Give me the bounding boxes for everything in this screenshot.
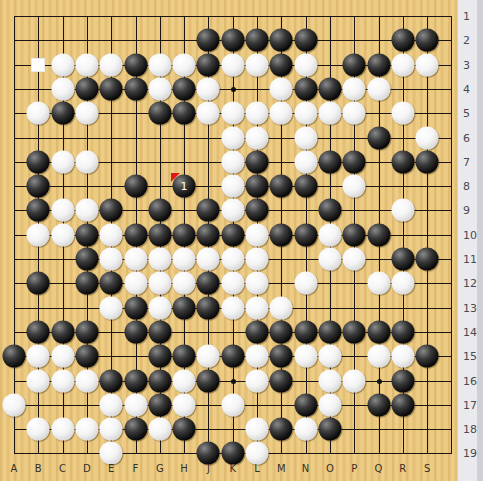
go-stone-E11[interactable] bbox=[100, 248, 123, 271]
go-stone-P10[interactable] bbox=[343, 223, 366, 246]
go-stone-L8[interactable] bbox=[246, 175, 269, 198]
go-stone-J9[interactable] bbox=[197, 199, 220, 222]
go-stone-K10[interactable] bbox=[221, 223, 244, 246]
go-stone-G12[interactable] bbox=[148, 272, 171, 295]
go-stone-F16[interactable] bbox=[124, 369, 147, 392]
go-stone-Q6[interactable] bbox=[367, 126, 390, 149]
go-stone-E9[interactable] bbox=[100, 199, 123, 222]
go-stone-D16[interactable] bbox=[75, 369, 98, 392]
go-stone-O9[interactable] bbox=[318, 199, 341, 222]
go-stone-G16[interactable] bbox=[148, 369, 171, 392]
go-stone-G4[interactable] bbox=[148, 77, 171, 100]
go-stone-O15[interactable] bbox=[318, 345, 341, 368]
go-stone-K17[interactable] bbox=[221, 393, 244, 416]
go-stone-F12[interactable] bbox=[124, 272, 147, 295]
go-stone-R2[interactable] bbox=[391, 29, 414, 52]
go-stone-C16[interactable] bbox=[51, 369, 74, 392]
go-stone-E18[interactable] bbox=[100, 418, 123, 441]
go-board[interactable]: 1 bbox=[0, 0, 458, 461]
go-stone-J19[interactable] bbox=[197, 442, 220, 465]
go-stone-H13[interactable] bbox=[173, 296, 196, 319]
go-stone-M10[interactable] bbox=[270, 223, 293, 246]
go-stone-H18[interactable] bbox=[173, 418, 196, 441]
go-stone-D18[interactable] bbox=[75, 418, 98, 441]
go-stone-N14[interactable] bbox=[294, 320, 317, 343]
row-label-7: 7 bbox=[463, 155, 470, 168]
row-label-18: 18 bbox=[463, 423, 477, 436]
go-stone-D15[interactable] bbox=[75, 345, 98, 368]
go-stone-L14[interactable] bbox=[246, 320, 269, 343]
go-stone-O14[interactable] bbox=[318, 320, 341, 343]
go-stone-B14[interactable] bbox=[27, 320, 50, 343]
go-stone-N6[interactable] bbox=[294, 126, 317, 149]
column-label-L: L bbox=[254, 463, 260, 474]
go-stone-M3[interactable] bbox=[270, 53, 293, 76]
go-stone-K15[interactable] bbox=[221, 345, 244, 368]
go-stone-H10[interactable] bbox=[173, 223, 196, 246]
go-stone-E4[interactable] bbox=[100, 77, 123, 100]
go-stone-A15[interactable] bbox=[3, 345, 26, 368]
go-stone-M15[interactable] bbox=[270, 345, 293, 368]
column-label-B: B bbox=[35, 463, 42, 474]
go-stone-O5[interactable] bbox=[318, 102, 341, 125]
go-stone-C14[interactable] bbox=[51, 320, 74, 343]
go-stone-G13[interactable] bbox=[148, 296, 171, 319]
go-stone-G15[interactable] bbox=[148, 345, 171, 368]
go-stone-J11[interactable] bbox=[197, 248, 220, 271]
go-stone-G9[interactable] bbox=[148, 199, 171, 222]
column-label-A: A bbox=[11, 463, 18, 474]
go-stone-C4[interactable] bbox=[51, 77, 74, 100]
go-stone-L5[interactable] bbox=[246, 102, 269, 125]
go-stone-Q12[interactable] bbox=[367, 272, 390, 295]
go-stone-Q10[interactable] bbox=[367, 223, 390, 246]
go-stone-F4[interactable] bbox=[124, 77, 147, 100]
go-stone-E19[interactable] bbox=[100, 442, 123, 465]
go-stone-G17[interactable] bbox=[148, 393, 171, 416]
row-label-4: 4 bbox=[463, 82, 470, 95]
go-stone-O10[interactable] bbox=[318, 223, 341, 246]
go-stone-N10[interactable] bbox=[294, 223, 317, 246]
row-label-3: 3 bbox=[463, 58, 470, 71]
go-stone-H4[interactable] bbox=[173, 77, 196, 100]
go-stone-B8[interactable] bbox=[27, 175, 50, 198]
row-label-9: 9 bbox=[463, 204, 470, 217]
go-stone-P4[interactable] bbox=[343, 77, 366, 100]
go-stone-C3[interactable] bbox=[51, 53, 74, 76]
go-stone-D12[interactable] bbox=[75, 272, 98, 295]
star-point bbox=[231, 379, 236, 384]
go-stone-L16[interactable] bbox=[246, 369, 269, 392]
go-stone-D4[interactable] bbox=[75, 77, 98, 100]
go-stone-N7[interactable] bbox=[294, 150, 317, 173]
go-stone-F13[interactable] bbox=[124, 296, 147, 319]
go-stone-J4[interactable] bbox=[197, 77, 220, 100]
column-label-C: C bbox=[59, 463, 66, 474]
white-square-marker bbox=[31, 58, 45, 72]
go-stone-F18[interactable] bbox=[124, 418, 147, 441]
go-stone-D14[interactable] bbox=[75, 320, 98, 343]
go-stone-R5[interactable] bbox=[391, 102, 414, 125]
go-stone-N2[interactable] bbox=[294, 29, 317, 52]
go-stone-B10[interactable] bbox=[27, 223, 50, 246]
go-stone-C7[interactable] bbox=[51, 150, 74, 173]
go-stone-P11[interactable] bbox=[343, 248, 366, 271]
column-label-P: P bbox=[351, 463, 357, 474]
go-stone-R11[interactable] bbox=[391, 248, 414, 271]
go-stone-N3[interactable] bbox=[294, 53, 317, 76]
go-stone-P5[interactable] bbox=[343, 102, 366, 125]
go-stone-K7[interactable] bbox=[221, 150, 244, 173]
go-stone-F3[interactable] bbox=[124, 53, 147, 76]
go-stone-K3[interactable] bbox=[221, 53, 244, 76]
go-stone-B7[interactable] bbox=[27, 150, 50, 173]
go-stone-H17[interactable] bbox=[173, 393, 196, 416]
go-stone-N17[interactable] bbox=[294, 393, 317, 416]
column-label-G: G bbox=[156, 463, 164, 474]
go-stone-F8[interactable] bbox=[124, 175, 147, 198]
go-stone-K5[interactable] bbox=[221, 102, 244, 125]
row-label-8: 8 bbox=[463, 180, 470, 193]
go-stone-J12[interactable] bbox=[197, 272, 220, 295]
go-stone-C10[interactable] bbox=[51, 223, 74, 246]
go-stone-Q17[interactable] bbox=[367, 393, 390, 416]
go-stone-N12[interactable] bbox=[294, 272, 317, 295]
go-stone-P7[interactable] bbox=[343, 150, 366, 173]
go-stone-R3[interactable] bbox=[391, 53, 414, 76]
go-stone-L9[interactable] bbox=[246, 199, 269, 222]
go-stone-A17[interactable] bbox=[3, 393, 26, 416]
go-stone-D10[interactable] bbox=[75, 223, 98, 246]
go-stone-M8[interactable] bbox=[270, 175, 293, 198]
go-stone-J3[interactable] bbox=[197, 53, 220, 76]
row-label-12: 12 bbox=[463, 277, 477, 290]
go-stone-P16[interactable] bbox=[343, 369, 366, 392]
go-stone-M4[interactable] bbox=[270, 77, 293, 100]
go-stone-L3[interactable] bbox=[246, 53, 269, 76]
go-stone-N15[interactable] bbox=[294, 345, 317, 368]
go-stone-G10[interactable] bbox=[148, 223, 171, 246]
go-stone-J2[interactable] bbox=[197, 29, 220, 52]
go-stone-H3[interactable] bbox=[173, 53, 196, 76]
go-stone-J5[interactable] bbox=[197, 102, 220, 125]
column-label-F: F bbox=[133, 463, 139, 474]
go-stone-L12[interactable] bbox=[246, 272, 269, 295]
go-stone-D5[interactable] bbox=[75, 102, 98, 125]
go-stone-H15[interactable] bbox=[173, 345, 196, 368]
column-label-S: S bbox=[424, 463, 430, 474]
go-stone-O18[interactable] bbox=[318, 418, 341, 441]
go-stone-C9[interactable] bbox=[51, 199, 74, 222]
column-label-J: J bbox=[207, 463, 210, 474]
go-stone-O11[interactable] bbox=[318, 248, 341, 271]
go-stone-K13[interactable] bbox=[221, 296, 244, 319]
go-stone-S2[interactable] bbox=[416, 29, 439, 52]
row-label-17: 17 bbox=[463, 398, 477, 411]
row-label-15: 15 bbox=[463, 350, 477, 363]
go-stone-K11[interactable] bbox=[221, 248, 244, 271]
go-stone-G14[interactable] bbox=[148, 320, 171, 343]
row-label-10: 10 bbox=[463, 228, 477, 241]
column-label-H: H bbox=[180, 463, 188, 474]
go-stone-H12[interactable] bbox=[173, 272, 196, 295]
go-stone-K12[interactable] bbox=[221, 272, 244, 295]
go-stone-R9[interactable] bbox=[391, 199, 414, 222]
go-stone-F11[interactable] bbox=[124, 248, 147, 271]
go-stone-N18[interactable] bbox=[294, 418, 317, 441]
go-stone-S6[interactable] bbox=[416, 126, 439, 149]
go-stone-B5[interactable] bbox=[27, 102, 50, 125]
go-stone-E13[interactable] bbox=[100, 296, 123, 319]
go-stone-M13[interactable] bbox=[270, 296, 293, 319]
row-label-2: 2 bbox=[463, 34, 470, 47]
go-stone-H11[interactable] bbox=[173, 248, 196, 271]
go-stone-K8[interactable] bbox=[221, 175, 244, 198]
go-stone-D7[interactable] bbox=[75, 150, 98, 173]
go-stone-L15[interactable] bbox=[246, 345, 269, 368]
row-label-16: 16 bbox=[463, 374, 477, 387]
go-stone-P8[interactable] bbox=[343, 175, 366, 198]
go-stone-F10[interactable] bbox=[124, 223, 147, 246]
go-stone-E16[interactable] bbox=[100, 369, 123, 392]
go-stone-O4[interactable] bbox=[318, 77, 341, 100]
go-stone-P14[interactable] bbox=[343, 320, 366, 343]
column-label-D: D bbox=[83, 463, 91, 474]
go-stone-S7[interactable] bbox=[416, 150, 439, 173]
go-stone-F17[interactable] bbox=[124, 393, 147, 416]
go-stone-C18[interactable] bbox=[51, 418, 74, 441]
go-stone-O17[interactable] bbox=[318, 393, 341, 416]
row-label-13: 13 bbox=[463, 301, 477, 314]
go-stone-S15[interactable] bbox=[416, 345, 439, 368]
go-stone-H16[interactable] bbox=[173, 369, 196, 392]
go-stone-L19[interactable] bbox=[246, 442, 269, 465]
go-stone-E17[interactable] bbox=[100, 393, 123, 416]
go-stone-N4[interactable] bbox=[294, 77, 317, 100]
go-stone-J13[interactable] bbox=[197, 296, 220, 319]
go-stone-J15[interactable] bbox=[197, 345, 220, 368]
go-stone-Q14[interactable] bbox=[367, 320, 390, 343]
go-stone-Q4[interactable] bbox=[367, 77, 390, 100]
go-stone-R14[interactable] bbox=[391, 320, 414, 343]
row-label-5: 5 bbox=[463, 107, 470, 120]
go-stone-M5[interactable] bbox=[270, 102, 293, 125]
go-stone-N5[interactable] bbox=[294, 102, 317, 125]
go-stone-B12[interactable] bbox=[27, 272, 50, 295]
go-stone-F14[interactable] bbox=[124, 320, 147, 343]
go-stone-H5[interactable] bbox=[173, 102, 196, 125]
star-point bbox=[231, 87, 236, 92]
column-label-M: M bbox=[277, 463, 286, 474]
row-label-11: 11 bbox=[463, 253, 477, 266]
go-stone-O16[interactable] bbox=[318, 369, 341, 392]
row-label-14: 14 bbox=[463, 325, 477, 338]
go-stone-O7[interactable] bbox=[318, 150, 341, 173]
column-label-Q: Q bbox=[375, 463, 383, 474]
go-stone-L10[interactable] bbox=[246, 223, 269, 246]
go-stone-L13[interactable] bbox=[246, 296, 269, 319]
go-stone-S3[interactable] bbox=[416, 53, 439, 76]
go-stone-R17[interactable] bbox=[391, 393, 414, 416]
go-stone-K9[interactable] bbox=[221, 199, 244, 222]
go-stone-B9[interactable] bbox=[27, 199, 50, 222]
go-stone-J10[interactable] bbox=[197, 223, 220, 246]
go-stone-M18[interactable] bbox=[270, 418, 293, 441]
go-app-window: 1 ABCDEFGHJKLMNOPQRS12345678910111213141… bbox=[0, 0, 483, 481]
go-stone-R12[interactable] bbox=[391, 272, 414, 295]
go-stone-Q15[interactable] bbox=[367, 345, 390, 368]
go-stone-C15[interactable] bbox=[51, 345, 74, 368]
last-move-triangle-marker bbox=[171, 173, 180, 182]
go-stone-J16[interactable] bbox=[197, 369, 220, 392]
go-stone-P3[interactable] bbox=[343, 53, 366, 76]
go-stone-B15[interactable] bbox=[27, 345, 50, 368]
strip-edge bbox=[477, 0, 483, 481]
move-number-label: 1 bbox=[181, 181, 188, 192]
go-stone-Q3[interactable] bbox=[367, 53, 390, 76]
go-stone-G18[interactable] bbox=[148, 418, 171, 441]
go-stone-R15[interactable] bbox=[391, 345, 414, 368]
go-stone-K19[interactable] bbox=[221, 442, 244, 465]
go-stone-K2[interactable] bbox=[221, 29, 244, 52]
go-stone-L11[interactable] bbox=[246, 248, 269, 271]
go-stone-G3[interactable] bbox=[148, 53, 171, 76]
go-stone-M2[interactable] bbox=[270, 29, 293, 52]
go-stone-G5[interactable] bbox=[148, 102, 171, 125]
go-stone-E12[interactable] bbox=[100, 272, 123, 295]
go-stone-L7[interactable] bbox=[246, 150, 269, 173]
row-label-1: 1 bbox=[463, 10, 470, 23]
go-stone-G11[interactable] bbox=[148, 248, 171, 271]
go-stone-E10[interactable] bbox=[100, 223, 123, 246]
column-label-N: N bbox=[302, 463, 309, 474]
column-label-O: O bbox=[326, 463, 334, 474]
go-stone-R7[interactable] bbox=[391, 150, 414, 173]
go-stone-D9[interactable] bbox=[75, 199, 98, 222]
go-stone-R16[interactable] bbox=[391, 369, 414, 392]
go-stone-B18[interactable] bbox=[27, 418, 50, 441]
column-label-E: E bbox=[108, 463, 114, 474]
column-label-K: K bbox=[229, 463, 236, 474]
star-point bbox=[377, 379, 382, 384]
go-stone-M14[interactable] bbox=[270, 320, 293, 343]
go-stone-S11[interactable] bbox=[416, 248, 439, 271]
row-label-6: 6 bbox=[463, 131, 470, 144]
go-stone-L6[interactable] bbox=[246, 126, 269, 149]
go-stone-L18[interactable] bbox=[246, 418, 269, 441]
grid-line-vertical bbox=[451, 16, 452, 454]
grid-line-vertical bbox=[427, 16, 428, 454]
go-stone-L2[interactable] bbox=[246, 29, 269, 52]
go-stone-D11[interactable] bbox=[75, 248, 98, 271]
go-stone-M16[interactable] bbox=[270, 369, 293, 392]
go-stone-N8[interactable] bbox=[294, 175, 317, 198]
go-stone-E3[interactable] bbox=[100, 53, 123, 76]
go-stone-D3[interactable] bbox=[75, 53, 98, 76]
go-stone-K6[interactable] bbox=[221, 126, 244, 149]
go-stone-C5[interactable] bbox=[51, 102, 74, 125]
row-label-19: 19 bbox=[463, 447, 477, 460]
column-label-R: R bbox=[399, 463, 406, 474]
go-stone-B16[interactable] bbox=[27, 369, 50, 392]
